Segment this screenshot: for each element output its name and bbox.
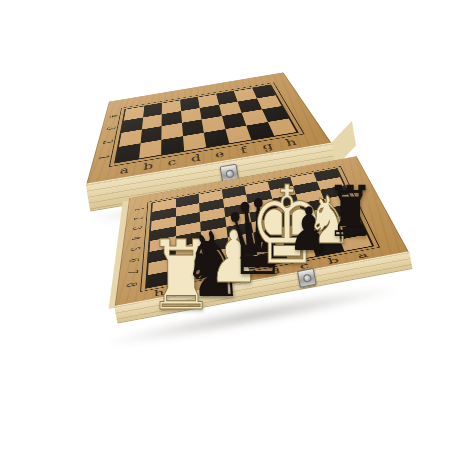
- black-rook: ♜: [326, 177, 375, 247]
- product-photo: abcdefgh 1234 hgfedcba 87654321 ♜♞♟♛♚♟♞♜: [0, 0, 458, 458]
